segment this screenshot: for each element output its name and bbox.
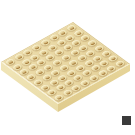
product-image	[0, 0, 135, 135]
duplo-plate-top-face	[1, 22, 130, 104]
corner-watermark-square	[122, 116, 131, 125]
